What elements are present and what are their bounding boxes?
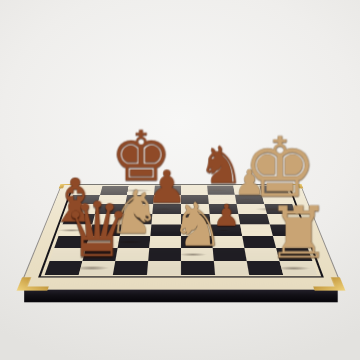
square-e1[interactable] [181, 261, 215, 275]
square-b1[interactable]: ♛ [79, 261, 116, 275]
black-queen-icon: ♛ [59, 193, 135, 269]
square-d1[interactable] [147, 261, 181, 275]
square-e2[interactable]: ♞ [181, 248, 214, 261]
board-front-edge [24, 290, 338, 303]
board-3d-wrapper: ♚♞♟♟♚♝♟♞♞♛♜ [44, 80, 318, 354]
square-h1[interactable]: ♜ [280, 261, 318, 275]
studio-backdrop: ♚♞♟♟♚♝♟♞♞♛♜ [0, 0, 360, 360]
board-frame: ♚♞♟♟♚♝♟♞♞♛♜ [38, 184, 324, 277]
chess-board: ♚♞♟♟♚♝♟♞♞♛♜ [19, 184, 342, 289]
square-f1[interactable] [214, 261, 249, 275]
white-knight-icon: ♞ [167, 195, 227, 255]
white-rook-icon: ♜ [263, 197, 335, 269]
board-grid: ♚♞♟♟♚♝♟♞♞♛♜ [45, 186, 318, 275]
